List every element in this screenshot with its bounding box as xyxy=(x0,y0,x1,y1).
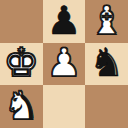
chess-board: ♟♝♚♟♞♞ xyxy=(0,0,128,128)
piece-white-bishop: ♝ xyxy=(89,1,124,40)
square-r0-c2[interactable]: ♝ xyxy=(85,0,128,43)
square-r2-c0[interactable]: ♞ xyxy=(0,85,43,128)
piece-white-knight: ♞ xyxy=(4,86,39,125)
square-r0-c1[interactable]: ♟ xyxy=(43,0,86,43)
square-r1-c1[interactable]: ♟ xyxy=(43,43,86,86)
piece-white-pawn: ♟ xyxy=(47,43,82,82)
square-r1-c0[interactable]: ♚ xyxy=(0,43,43,86)
piece-black-knight: ♞ xyxy=(89,43,124,82)
square-r2-c1[interactable] xyxy=(43,85,86,128)
piece-black-pawn: ♟ xyxy=(47,1,82,40)
piece-white-king: ♚ xyxy=(4,43,39,82)
square-r2-c2[interactable] xyxy=(85,85,128,128)
square-r0-c0[interactable] xyxy=(0,0,43,43)
square-r1-c2[interactable]: ♞ xyxy=(85,43,128,86)
